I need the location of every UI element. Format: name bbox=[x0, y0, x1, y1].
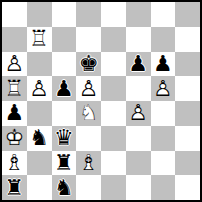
square-f5[interactable] bbox=[126, 76, 151, 101]
pawn-glyph-fill: ♟ bbox=[151, 53, 176, 75]
pawn-glyph-outline: ♙ bbox=[76, 78, 101, 100]
piece-white-pawn[interactable]: ♟♙ bbox=[126, 101, 151, 126]
knight-glyph-fill: ♞ bbox=[52, 177, 77, 199]
square-g3[interactable] bbox=[151, 126, 176, 151]
square-d8[interactable] bbox=[76, 2, 101, 27]
square-b7[interactable]: ♜♖ bbox=[27, 27, 52, 52]
square-h3[interactable] bbox=[175, 126, 200, 151]
piece-white-pawn[interactable]: ♟♙ bbox=[27, 76, 52, 101]
square-g8[interactable] bbox=[151, 2, 176, 27]
square-c1[interactable]: ♞ bbox=[52, 175, 77, 200]
piece-black-king[interactable]: ♚ bbox=[76, 52, 101, 77]
pawn-glyph-outline: ♙ bbox=[27, 78, 52, 100]
piece-white-bishop[interactable]: ♝♗ bbox=[76, 151, 101, 176]
rook-glyph-fill: ♜ bbox=[52, 152, 77, 174]
square-e1[interactable] bbox=[101, 175, 126, 200]
square-e3[interactable] bbox=[101, 126, 126, 151]
square-b3[interactable]: ♞ bbox=[27, 126, 52, 151]
square-d5[interactable]: ♟♙ bbox=[76, 76, 101, 101]
rook-glyph-outline: ♖ bbox=[2, 78, 27, 100]
square-h8[interactable] bbox=[175, 2, 200, 27]
king-glyph-outline: ♔ bbox=[2, 127, 27, 149]
square-a4[interactable]: ♟ bbox=[2, 101, 27, 126]
piece-black-pawn[interactable]: ♟ bbox=[2, 101, 27, 126]
pawn-glyph-outline: ♙ bbox=[2, 53, 27, 75]
piece-white-king[interactable]: ♚♔ bbox=[2, 126, 27, 151]
square-f8[interactable] bbox=[126, 2, 151, 27]
square-b4[interactable] bbox=[27, 101, 52, 126]
square-g7[interactable] bbox=[151, 27, 176, 52]
piece-white-rook[interactable]: ♜♖ bbox=[27, 27, 52, 52]
pawn-glyph-fill: ♟ bbox=[2, 102, 27, 124]
square-d6[interactable]: ♚ bbox=[76, 52, 101, 77]
square-h1[interactable] bbox=[175, 175, 200, 200]
square-c6[interactable] bbox=[52, 52, 77, 77]
square-e5[interactable] bbox=[101, 76, 126, 101]
piece-white-pawn[interactable]: ♟♙ bbox=[151, 76, 176, 101]
square-g6[interactable]: ♟ bbox=[151, 52, 176, 77]
piece-black-pawn[interactable]: ♟ bbox=[52, 76, 77, 101]
pawn-glyph-fill: ♟ bbox=[126, 53, 151, 75]
pawn-glyph-outline: ♙ bbox=[151, 78, 176, 100]
square-f7[interactable] bbox=[126, 27, 151, 52]
pawn-glyph-outline: ♙ bbox=[126, 102, 151, 124]
square-a5[interactable]: ♜♖ bbox=[2, 76, 27, 101]
square-f1[interactable] bbox=[126, 175, 151, 200]
square-b2[interactable] bbox=[27, 151, 52, 176]
square-g4[interactable] bbox=[151, 101, 176, 126]
piece-white-pawn[interactable]: ♟♙ bbox=[76, 76, 101, 101]
piece-white-knight[interactable]: ♞♘ bbox=[76, 101, 101, 126]
square-c7[interactable] bbox=[52, 27, 77, 52]
piece-black-knight[interactable]: ♞ bbox=[52, 175, 77, 200]
queen-glyph-fill: ♛ bbox=[52, 127, 77, 149]
square-c8[interactable] bbox=[52, 2, 77, 27]
square-a3[interactable]: ♚♔ bbox=[2, 126, 27, 151]
piece-black-pawn[interactable]: ♟ bbox=[151, 52, 176, 77]
square-f6[interactable]: ♟ bbox=[126, 52, 151, 77]
square-d7[interactable] bbox=[76, 27, 101, 52]
square-c3[interactable]: ♛ bbox=[52, 126, 77, 151]
square-b1[interactable] bbox=[27, 175, 52, 200]
square-a7[interactable] bbox=[2, 27, 27, 52]
square-h2[interactable] bbox=[175, 151, 200, 176]
square-g2[interactable] bbox=[151, 151, 176, 176]
bishop-glyph-outline: ♗ bbox=[2, 152, 27, 174]
pawn-glyph-fill: ♟ bbox=[52, 78, 77, 100]
piece-white-rook[interactable]: ♜♖ bbox=[2, 76, 27, 101]
square-e7[interactable] bbox=[101, 27, 126, 52]
chess-board: ♜♖♟♙♚♟♟♜♖♟♙♟♟♙♟♙♟♞♘♟♙♚♔♞♛♝♗♜♝♗♜♞ bbox=[0, 0, 202, 202]
knight-glyph-outline: ♘ bbox=[76, 102, 101, 124]
square-b8[interactable] bbox=[27, 2, 52, 27]
square-b5[interactable]: ♟♙ bbox=[27, 76, 52, 101]
square-h4[interactable] bbox=[175, 101, 200, 126]
square-h6[interactable] bbox=[175, 52, 200, 77]
piece-white-pawn[interactable]: ♟♙ bbox=[2, 52, 27, 77]
square-e8[interactable] bbox=[101, 2, 126, 27]
square-d4[interactable]: ♞♘ bbox=[76, 101, 101, 126]
king-glyph-fill: ♚ bbox=[76, 53, 101, 75]
square-f3[interactable] bbox=[126, 126, 151, 151]
square-d2[interactable]: ♝♗ bbox=[76, 151, 101, 176]
piece-white-bishop[interactable]: ♝♗ bbox=[2, 151, 27, 176]
square-a2[interactable]: ♝♗ bbox=[2, 151, 27, 176]
piece-black-rook[interactable]: ♜ bbox=[52, 151, 77, 176]
square-d1[interactable] bbox=[76, 175, 101, 200]
square-e6[interactable] bbox=[101, 52, 126, 77]
square-g5[interactable]: ♟♙ bbox=[151, 76, 176, 101]
bishop-glyph-outline: ♗ bbox=[76, 152, 101, 174]
rook-glyph-outline: ♖ bbox=[27, 28, 52, 50]
square-a1[interactable]: ♜ bbox=[2, 175, 27, 200]
square-e4[interactable] bbox=[101, 101, 126, 126]
knight-glyph-fill: ♞ bbox=[27, 127, 52, 149]
square-d3[interactable] bbox=[76, 126, 101, 151]
square-c2[interactable]: ♜ bbox=[52, 151, 77, 176]
square-a8[interactable] bbox=[2, 2, 27, 27]
rook-glyph-fill: ♜ bbox=[2, 177, 27, 199]
square-c5[interactable]: ♟ bbox=[52, 76, 77, 101]
piece-black-knight[interactable]: ♞ bbox=[27, 126, 52, 151]
square-f2[interactable] bbox=[126, 151, 151, 176]
square-e2[interactable] bbox=[101, 151, 126, 176]
square-g1[interactable] bbox=[151, 175, 176, 200]
piece-black-rook[interactable]: ♜ bbox=[2, 175, 27, 200]
square-f4[interactable]: ♟♙ bbox=[126, 101, 151, 126]
square-h7[interactable] bbox=[175, 27, 200, 52]
square-c4[interactable] bbox=[52, 101, 77, 126]
square-a6[interactable]: ♟♙ bbox=[2, 52, 27, 77]
piece-black-queen[interactable]: ♛ bbox=[52, 126, 77, 151]
square-h5[interactable] bbox=[175, 76, 200, 101]
square-b6[interactable] bbox=[27, 52, 52, 77]
piece-black-pawn[interactable]: ♟ bbox=[126, 52, 151, 77]
